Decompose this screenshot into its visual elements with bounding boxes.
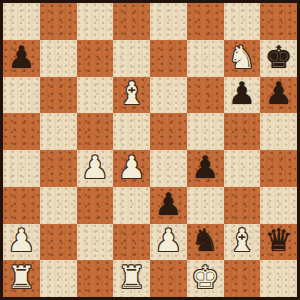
square-h5[interactable] [260, 113, 297, 150]
square-a3[interactable] [3, 187, 40, 224]
square-f8[interactable] [187, 3, 224, 40]
square-f7[interactable] [187, 40, 224, 77]
square-h1[interactable] [260, 260, 297, 297]
square-c5[interactable] [77, 113, 114, 150]
square-c2[interactable] [77, 224, 114, 261]
square-e4[interactable] [150, 150, 187, 187]
square-c8[interactable] [77, 3, 114, 40]
square-g6[interactable]: ♟ [224, 77, 261, 114]
square-h3[interactable] [260, 187, 297, 224]
square-e8[interactable] [150, 3, 187, 40]
square-b5[interactable] [40, 113, 77, 150]
square-e3[interactable]: ♟ [150, 187, 187, 224]
square-a1[interactable]: ♜ [3, 260, 40, 297]
white-rook-a1[interactable]: ♜ [7, 262, 35, 293]
square-d8[interactable] [113, 3, 150, 40]
square-b2[interactable] [40, 224, 77, 261]
white-king-f1[interactable]: ♚ [191, 262, 219, 293]
square-g3[interactable] [224, 187, 261, 224]
square-g4[interactable] [224, 150, 261, 187]
square-b3[interactable] [40, 187, 77, 224]
square-h8[interactable] [260, 3, 297, 40]
square-c3[interactable] [77, 187, 114, 224]
white-rook-d1[interactable]: ♜ [118, 262, 146, 293]
square-f3[interactable] [187, 187, 224, 224]
black-pawn-f4[interactable]: ♟ [191, 152, 219, 183]
square-g7[interactable]: ♞ [224, 40, 261, 77]
square-e7[interactable] [150, 40, 187, 77]
square-a2[interactable]: ♟ [3, 224, 40, 261]
chess-board: ♟♞♚♝♟♟♟♟♟♟♟♟♞♝♛♜♜♚ [0, 0, 300, 300]
square-b8[interactable] [40, 3, 77, 40]
black-knight-f2[interactable]: ♞ [191, 225, 219, 256]
white-pawn-a2[interactable]: ♟ [7, 225, 35, 256]
square-h7[interactable]: ♚ [260, 40, 297, 77]
square-d5[interactable] [113, 113, 150, 150]
white-bishop-g2[interactable]: ♝ [228, 225, 256, 256]
square-g8[interactable] [224, 3, 261, 40]
white-bishop-d6[interactable]: ♝ [118, 78, 146, 109]
square-f6[interactable] [187, 77, 224, 114]
square-b7[interactable] [40, 40, 77, 77]
square-d1[interactable]: ♜ [113, 260, 150, 297]
square-g5[interactable] [224, 113, 261, 150]
square-d2[interactable] [113, 224, 150, 261]
square-a8[interactable] [3, 3, 40, 40]
square-c7[interactable] [77, 40, 114, 77]
square-e6[interactable] [150, 77, 187, 114]
square-d7[interactable] [113, 40, 150, 77]
square-b1[interactable] [40, 260, 77, 297]
black-pawn-a7[interactable]: ♟ [7, 42, 35, 73]
square-h4[interactable] [260, 150, 297, 187]
square-e5[interactable] [150, 113, 187, 150]
square-a7[interactable]: ♟ [3, 40, 40, 77]
black-pawn-h6[interactable]: ♟ [265, 78, 293, 109]
square-d3[interactable] [113, 187, 150, 224]
square-f5[interactable] [187, 113, 224, 150]
square-g1[interactable] [224, 260, 261, 297]
black-pawn-e3[interactable]: ♟ [154, 189, 182, 220]
square-b6[interactable] [40, 77, 77, 114]
square-a6[interactable] [3, 77, 40, 114]
square-d6[interactable]: ♝ [113, 77, 150, 114]
black-pawn-g6[interactable]: ♟ [228, 78, 256, 109]
white-knight-g7[interactable]: ♞ [228, 42, 256, 73]
white-pawn-c4[interactable]: ♟ [81, 152, 109, 183]
square-f1[interactable]: ♚ [187, 260, 224, 297]
square-c1[interactable] [77, 260, 114, 297]
square-c6[interactable] [77, 77, 114, 114]
square-d4[interactable]: ♟ [113, 150, 150, 187]
square-a5[interactable] [3, 113, 40, 150]
black-king-h7[interactable]: ♚ [265, 42, 293, 73]
square-h2[interactable]: ♛ [260, 224, 297, 261]
square-e1[interactable] [150, 260, 187, 297]
square-f4[interactable]: ♟ [187, 150, 224, 187]
square-c4[interactable]: ♟ [77, 150, 114, 187]
square-f2[interactable]: ♞ [187, 224, 224, 261]
square-g2[interactable]: ♝ [224, 224, 261, 261]
square-a4[interactable] [3, 150, 40, 187]
white-pawn-e2[interactable]: ♟ [154, 225, 182, 256]
black-queen-h2[interactable]: ♛ [265, 225, 293, 256]
white-pawn-d4[interactable]: ♟ [118, 152, 146, 183]
square-b4[interactable] [40, 150, 77, 187]
square-h6[interactable]: ♟ [260, 77, 297, 114]
square-e2[interactable]: ♟ [150, 224, 187, 261]
